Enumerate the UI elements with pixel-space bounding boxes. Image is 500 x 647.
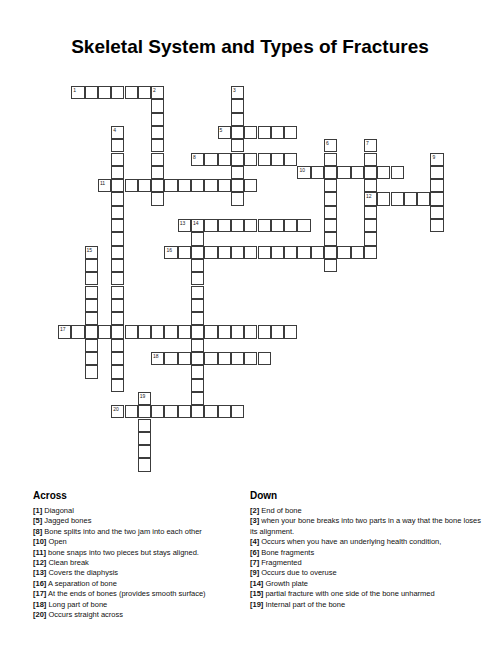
grid-cell[interactable] [351, 246, 364, 259]
grid-cell[interactable] [178, 405, 191, 418]
down-clues: Down [2] End of bone[3] when your bone b… [250, 490, 483, 620]
clue-item-number: [4] [250, 537, 259, 546]
grid-cell[interactable] [191, 246, 204, 259]
grid-cell[interactable] [244, 126, 257, 139]
grid-cell[interactable] [430, 206, 443, 219]
grid-cell[interactable] [111, 272, 124, 285]
clue-item-number: [18] [33, 600, 46, 609]
grid-cell[interactable] [430, 166, 443, 179]
grid-cell[interactable] [204, 179, 217, 192]
grid-cell[interactable] [191, 379, 204, 392]
grid-cell[interactable] [125, 405, 138, 418]
grid-cell[interactable] [231, 219, 244, 232]
clue-number: 11 [100, 180, 105, 186]
grid-cell[interactable] [85, 286, 98, 299]
page-title: Skeletal System and Types of Fractures [0, 36, 500, 58]
clue-number: 20 [113, 406, 119, 412]
grid-cell[interactable] [324, 192, 337, 205]
grid-cell[interactable] [258, 219, 271, 232]
grid-cell[interactable] [125, 86, 138, 99]
clue-item-number: [17] [33, 589, 46, 598]
grid-cell[interactable]: 16 [164, 246, 177, 259]
grid-cell[interactable] [151, 99, 164, 112]
clue-item: [10] Open [33, 537, 250, 547]
grid-cell[interactable] [244, 246, 257, 259]
clue-item-number: [6] [250, 548, 259, 557]
grid-cell[interactable] [364, 153, 377, 166]
grid-cell[interactable] [297, 219, 310, 232]
clue-item-number: [5] [33, 516, 42, 525]
grid-cell[interactable] [111, 206, 124, 219]
grid-cell[interactable]: 9 [430, 153, 443, 166]
grid-cell[interactable] [178, 352, 191, 365]
grid-cell[interactable] [111, 312, 124, 325]
grid-cell[interactable]: 7 [364, 139, 377, 152]
grid-cell[interactable] [164, 179, 177, 192]
grid-cell[interactable] [324, 206, 337, 219]
grid-cell[interactable] [151, 113, 164, 126]
grid-cell[interactable] [271, 325, 284, 338]
grid-cell[interactable] [417, 192, 430, 205]
grid-cell[interactable] [284, 246, 297, 259]
grid-cell[interactable] [430, 179, 443, 192]
grid-cell[interactable] [324, 232, 337, 245]
clue-item-number: [20] [33, 610, 46, 619]
grid-cell[interactable] [111, 365, 124, 378]
down-clue-list: [2] End of bone[3] when your bone breaks… [250, 506, 483, 610]
clue-item: [19] Internal part of the bone [250, 600, 483, 610]
grid-cell[interactable] [244, 352, 257, 365]
grid-cell[interactable] [164, 405, 177, 418]
grid-cell[interactable] [111, 153, 124, 166]
grid-cell[interactable] [85, 339, 98, 352]
clue-item-number: [11] [33, 548, 46, 557]
grid-cell[interactable] [138, 405, 151, 418]
grid-cell[interactable] [111, 179, 124, 192]
grid-cell[interactable] [164, 325, 177, 338]
grid-cell[interactable] [364, 179, 377, 192]
clue-number: 10 [299, 167, 305, 173]
grid-cell[interactable] [244, 179, 257, 192]
grid-cell[interactable] [271, 126, 284, 139]
grid-cell[interactable] [138, 432, 151, 445]
grid-cell[interactable] [191, 232, 204, 245]
grid-cell[interactable]: 6 [324, 139, 337, 152]
grid-cell[interactable] [244, 325, 257, 338]
grid-cell[interactable]: 11 [98, 179, 111, 192]
grid-cell[interactable] [85, 352, 98, 365]
grid-cell[interactable] [258, 126, 271, 139]
clue-number: 1 [73, 87, 76, 93]
grid-cell[interactable] [324, 179, 337, 192]
grid-cell[interactable] [191, 339, 204, 352]
grid-cell[interactable]: 19 [138, 392, 151, 405]
grid-cell[interactable] [258, 352, 271, 365]
grid-cell[interactable] [231, 139, 244, 152]
grid-cell[interactable]: 14 [191, 219, 204, 232]
grid-cell[interactable] [111, 325, 124, 338]
grid-cell[interactable] [231, 99, 244, 112]
grid-cell[interactable] [85, 86, 98, 99]
down-header: Down [250, 490, 483, 501]
grid-cell[interactable] [138, 445, 151, 458]
grid-cell[interactable] [231, 325, 244, 338]
grid-cell[interactable] [284, 153, 297, 166]
grid-cell[interactable] [337, 166, 350, 179]
grid-cell[interactable] [111, 299, 124, 312]
grid-cell[interactable] [271, 246, 284, 259]
clue-number: 9 [432, 154, 435, 160]
grid-cell[interactable] [231, 405, 244, 418]
grid-cell[interactable] [178, 325, 191, 338]
clue-item-number: [19] [250, 600, 263, 609]
grid-cell[interactable] [284, 325, 297, 338]
grid-cell[interactable] [85, 365, 98, 378]
clue-number: 4 [113, 127, 116, 133]
clue-item-number: [10] [33, 537, 46, 546]
grid-cell[interactable] [111, 192, 124, 205]
clue-item: [12] Clean break [33, 558, 250, 568]
grid-cell[interactable] [191, 259, 204, 272]
grid-cell[interactable] [125, 325, 138, 338]
grid-cell[interactable] [191, 365, 204, 378]
grid-cell[interactable] [85, 312, 98, 325]
grid-cell[interactable] [231, 153, 244, 166]
grid-cell[interactable] [111, 246, 124, 259]
grid-cell[interactable] [138, 458, 151, 471]
clue-number: 14 [193, 220, 199, 226]
grid-cell[interactable] [204, 246, 217, 259]
grid-cell[interactable] [231, 192, 244, 205]
grid-cell[interactable] [218, 405, 231, 418]
clue-item: [2] End of bone [250, 506, 483, 516]
clue-item-number: [2] [250, 506, 259, 515]
grid-cell[interactable] [111, 339, 124, 352]
grid-cell[interactable] [244, 219, 257, 232]
grid-cell[interactable] [204, 325, 217, 338]
grid-cell[interactable] [364, 219, 377, 232]
clue-item: [5] Jagged bones [33, 516, 250, 526]
grid-cell[interactable] [244, 153, 257, 166]
clue-item: [17] At the ends of bones (provides smoo… [33, 589, 250, 599]
grid-cell[interactable]: 20 [111, 405, 124, 418]
grid-cell[interactable] [377, 192, 390, 205]
grid-cell[interactable] [218, 246, 231, 259]
clue-item: [1] Diagonal [33, 506, 250, 516]
grid-cell[interactable] [191, 286, 204, 299]
grid-cell[interactable] [271, 219, 284, 232]
clue-number: 13 [180, 220, 186, 226]
clue-item: [4] Occurs when you have an underlying h… [250, 537, 483, 547]
grid-cell[interactable] [404, 192, 417, 205]
grid-cell[interactable] [364, 206, 377, 219]
grid-cell[interactable] [85, 259, 98, 272]
grid-cell[interactable] [218, 352, 231, 365]
clue-item: [18] Long part of bone [33, 600, 250, 610]
grid-cell[interactable] [191, 392, 204, 405]
grid-cell[interactable] [218, 219, 231, 232]
clue-number: 6 [326, 140, 329, 146]
grid-cell[interactable] [151, 405, 164, 418]
grid-cell[interactable] [191, 312, 204, 325]
grid-cell[interactable] [85, 325, 98, 338]
grid-cell[interactable] [191, 352, 204, 365]
clue-item-number: [7] [250, 558, 259, 567]
grid-cell[interactable] [231, 246, 244, 259]
grid-cell[interactable] [364, 232, 377, 245]
grid-cell[interactable] [71, 325, 84, 338]
grid-cell[interactable] [151, 126, 164, 139]
grid-cell[interactable] [231, 113, 244, 126]
clue-number: 17 [60, 326, 66, 332]
grid-cell[interactable]: 13 [178, 219, 191, 232]
grid-cell[interactable] [111, 259, 124, 272]
across-clues: Across [1] Diagonal[5] Jagged bones[8] B… [33, 490, 250, 620]
grid-cell[interactable]: 1 [71, 86, 84, 99]
clue-item: [20] Occurs straight across [33, 610, 250, 620]
grid-cell[interactable] [138, 419, 151, 432]
grid-cell[interactable] [151, 139, 164, 152]
grid-cell[interactable] [151, 153, 164, 166]
grid-cell[interactable] [204, 405, 217, 418]
grid-cell[interactable] [271, 153, 284, 166]
clue-item-number: [8] [33, 527, 42, 536]
grid-cell[interactable] [284, 219, 297, 232]
grid-cell[interactable] [377, 166, 390, 179]
grid-cell[interactable] [324, 246, 337, 259]
clue-item: [15] partial fracture with one side of t… [250, 589, 483, 599]
grid-cell[interactable] [85, 299, 98, 312]
grid-cell[interactable] [351, 166, 364, 179]
grid-cell[interactable] [324, 153, 337, 166]
grid-cell[interactable] [151, 179, 164, 192]
grid-cell[interactable] [258, 153, 271, 166]
grid-cell[interactable] [151, 325, 164, 338]
grid-cell[interactable] [138, 179, 151, 192]
grid-cell[interactable] [231, 126, 244, 139]
grid-cell[interactable] [311, 246, 324, 259]
clues-section: Across [1] Diagonal[5] Jagged bones[8] B… [33, 490, 483, 620]
grid-cell[interactable] [324, 219, 337, 232]
grid-cell[interactable] [231, 166, 244, 179]
clue-number: 7 [366, 140, 369, 146]
across-header: Across [33, 490, 250, 501]
grid-cell[interactable] [111, 379, 124, 392]
grid-cell[interactable] [311, 166, 324, 179]
grid-cell[interactable] [111, 352, 124, 365]
clue-item: [9] Occurs due to overuse [250, 568, 483, 578]
grid-cell[interactable] [191, 179, 204, 192]
grid-cell[interactable] [337, 246, 350, 259]
clue-number: 15 [87, 247, 93, 253]
clue-number: 3 [233, 87, 236, 93]
grid-cell[interactable] [191, 272, 204, 285]
grid-cell[interactable] [430, 192, 443, 205]
grid-cell[interactable] [364, 166, 377, 179]
grid-cell[interactable] [191, 405, 204, 418]
grid-cell[interactable]: 5 [218, 126, 231, 139]
clue-item-number: [1] [33, 506, 42, 515]
grid-cell[interactable] [98, 325, 111, 338]
grid-cell[interactable] [98, 86, 111, 99]
grid-cell[interactable] [191, 325, 204, 338]
clue-item: [6] Bone fragments [250, 548, 483, 558]
grid-cell[interactable] [364, 246, 377, 259]
grid-cell[interactable] [391, 192, 404, 205]
grid-cell[interactable] [138, 86, 151, 99]
grid-cell[interactable]: 12 [364, 192, 377, 205]
grid-cell[interactable] [218, 153, 231, 166]
grid-cell[interactable] [164, 352, 177, 365]
grid-cell[interactable]: 3 [231, 86, 244, 99]
grid-cell[interactable] [111, 86, 124, 99]
crossword-grid: 1234567891011121314151617181920 [58, 86, 445, 473]
grid-cell[interactable]: 8 [191, 153, 204, 166]
grid-cell[interactable] [204, 219, 217, 232]
grid-cell[interactable] [218, 179, 231, 192]
grid-cell[interactable] [125, 179, 138, 192]
grid-cell[interactable] [111, 286, 124, 299]
grid-cell[interactable] [151, 192, 164, 205]
grid-cell[interactable] [178, 246, 191, 259]
grid-cell[interactable] [258, 246, 271, 259]
across-clue-list: [1] Diagonal[5] Jagged bones[8] Bone spl… [33, 506, 250, 620]
grid-cell[interactable]: 4 [111, 126, 124, 139]
grid-cell[interactable] [297, 246, 310, 259]
grid-cell[interactable]: 15 [85, 246, 98, 259]
grid-cell[interactable]: 18 [151, 352, 164, 365]
clue-item: [8] Bone splits into and the two jam int… [33, 527, 250, 537]
grid-cell[interactable] [151, 166, 164, 179]
clue-item-number: [9] [250, 568, 259, 577]
grid-cell[interactable] [430, 219, 443, 232]
grid-cell[interactable] [204, 153, 217, 166]
grid-cell[interactable] [284, 126, 297, 139]
clue-number: 12 [366, 193, 372, 199]
clue-item: [14] Growth plate [250, 579, 483, 589]
grid-cell[interactable] [258, 325, 271, 338]
grid-cell[interactable] [231, 352, 244, 365]
grid-cell[interactable] [324, 166, 337, 179]
clue-number: 2 [153, 87, 156, 93]
grid-cell[interactable] [204, 352, 217, 365]
clue-number: 18 [153, 353, 159, 359]
grid-cell[interactable] [324, 259, 337, 272]
clue-item-number: [16] [33, 579, 46, 588]
grid-cell[interactable] [191, 299, 204, 312]
grid-cell[interactable]: 2 [151, 86, 164, 99]
clue-item: [13] Covers the diaphysis [33, 568, 250, 578]
clue-item: [16] A separation of bone [33, 579, 250, 589]
clue-number: 5 [220, 127, 223, 133]
grid-cell[interactable] [111, 139, 124, 152]
clue-item-number: [14] [250, 579, 263, 588]
grid-cell[interactable]: 17 [58, 325, 71, 338]
grid-cell[interactable] [178, 179, 191, 192]
clue-item-number: [3] [250, 516, 259, 525]
grid-cell[interactable] [111, 232, 124, 245]
grid-cell[interactable] [218, 325, 231, 338]
grid-cell[interactable] [111, 166, 124, 179]
clue-item: [7] Fragmented [250, 558, 483, 568]
grid-cell[interactable] [85, 272, 98, 285]
clue-number: 19 [140, 393, 146, 399]
clue-item-number: [13] [33, 568, 46, 577]
clue-number: 8 [193, 154, 196, 160]
clue-item-number: [15] [250, 589, 263, 598]
grid-cell[interactable] [391, 166, 404, 179]
grid-cell[interactable]: 10 [297, 166, 310, 179]
clue-number: 16 [166, 247, 172, 253]
grid-cell[interactable] [231, 179, 244, 192]
grid-cell[interactable] [111, 219, 124, 232]
grid-cell[interactable] [138, 325, 151, 338]
clue-item: [3] when your bone breaks into two parts… [250, 516, 483, 537]
clue-item-number: [12] [33, 558, 46, 567]
clue-item: [11] bone snaps into two pieces but stay… [33, 548, 250, 558]
